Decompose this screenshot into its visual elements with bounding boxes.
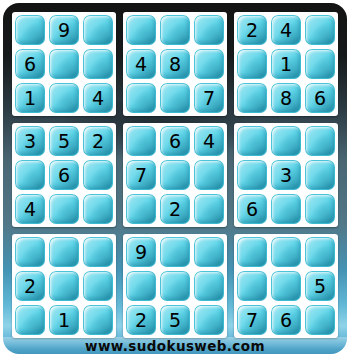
cell-r5c6[interactable] <box>194 160 224 190</box>
sudoku-widget: 9614487241863526464723621925576 www.sudo… <box>0 0 350 360</box>
cell-r3c8[interactable]: 8 <box>271 83 301 113</box>
board-frame: 9614487241863526464723621925576 www.sudo… <box>3 3 347 354</box>
cell-r8c1[interactable]: 2 <box>15 271 45 301</box>
cell-r9c7[interactable]: 7 <box>237 305 267 335</box>
cell-r1c6[interactable] <box>194 15 224 45</box>
cell-r9c4[interactable]: 2 <box>126 305 156 335</box>
cell-r3c7[interactable] <box>237 83 267 113</box>
box-6: 36 <box>234 123 338 227</box>
cell-r2c6[interactable] <box>194 49 224 79</box>
cell-r9c2[interactable]: 1 <box>49 305 79 335</box>
cell-r2c7[interactable] <box>237 49 267 79</box>
cell-r1c1[interactable] <box>15 15 45 45</box>
cell-r3c1[interactable]: 1 <box>15 83 45 113</box>
cell-r6c7[interactable]: 6 <box>237 194 267 224</box>
cell-r4c3[interactable]: 2 <box>83 126 113 156</box>
cell-r4c9[interactable] <box>305 126 335 156</box>
cell-r7c3[interactable] <box>83 237 113 267</box>
cell-r2c5[interactable]: 8 <box>160 49 190 79</box>
footer: www.sudokusweb.com <box>3 337 347 354</box>
cell-r6c4[interactable] <box>126 194 156 224</box>
cell-r2c1[interactable]: 6 <box>15 49 45 79</box>
box-4: 35264 <box>12 123 116 227</box>
cell-r5c4[interactable]: 7 <box>126 160 156 190</box>
cell-r8c8[interactable] <box>271 271 301 301</box>
box-1: 9614 <box>12 12 116 116</box>
cell-r8c6[interactable] <box>194 271 224 301</box>
cell-r8c4[interactable] <box>126 271 156 301</box>
cell-r4c1[interactable]: 3 <box>15 126 45 156</box>
cell-r2c8[interactable]: 1 <box>271 49 301 79</box>
cell-r4c5[interactable]: 6 <box>160 126 190 156</box>
cell-r2c9[interactable] <box>305 49 335 79</box>
cell-r6c2[interactable] <box>49 194 79 224</box>
cell-r1c5[interactable] <box>160 15 190 45</box>
cell-r7c7[interactable] <box>237 237 267 267</box>
cell-r3c4[interactable] <box>126 83 156 113</box>
cell-r6c5[interactable]: 2 <box>160 194 190 224</box>
cell-r7c8[interactable] <box>271 237 301 267</box>
cell-r9c8[interactable]: 6 <box>271 305 301 335</box>
cell-r4c4[interactable] <box>126 126 156 156</box>
cell-r3c3[interactable]: 4 <box>83 83 113 113</box>
cell-r5c1[interactable] <box>15 160 45 190</box>
cell-r7c5[interactable] <box>160 237 190 267</box>
cell-r9c5[interactable]: 5 <box>160 305 190 335</box>
cell-r7c6[interactable] <box>194 237 224 267</box>
cell-r1c7[interactable]: 2 <box>237 15 267 45</box>
cell-r6c3[interactable] <box>83 194 113 224</box>
cell-r2c2[interactable] <box>49 49 79 79</box>
cell-r2c4[interactable]: 4 <box>126 49 156 79</box>
cell-r3c9[interactable]: 6 <box>305 83 335 113</box>
cell-r9c3[interactable] <box>83 305 113 335</box>
cell-r9c1[interactable] <box>15 305 45 335</box>
cell-r2c3[interactable] <box>83 49 113 79</box>
cell-r3c5[interactable] <box>160 83 190 113</box>
sudoku-board: 9614487241863526464723621925576 <box>12 12 338 338</box>
cell-r5c5[interactable] <box>160 160 190 190</box>
cell-r4c6[interactable]: 4 <box>194 126 224 156</box>
cell-r3c2[interactable] <box>49 83 79 113</box>
cell-r4c8[interactable] <box>271 126 301 156</box>
cell-r8c2[interactable] <box>49 271 79 301</box>
cell-r9c9[interactable] <box>305 305 335 335</box>
box-5: 6472 <box>123 123 227 227</box>
cell-r9c6[interactable] <box>194 305 224 335</box>
cell-r5c8[interactable]: 3 <box>271 160 301 190</box>
website-link[interactable]: www.sudokusweb.com <box>85 338 265 354</box>
cell-r3c6[interactable]: 7 <box>194 83 224 113</box>
cell-r6c6[interactable] <box>194 194 224 224</box>
cell-r7c2[interactable] <box>49 237 79 267</box>
cell-r8c7[interactable] <box>237 271 267 301</box>
box-3: 24186 <box>234 12 338 116</box>
cell-r6c8[interactable] <box>271 194 301 224</box>
cell-r6c9[interactable] <box>305 194 335 224</box>
cell-r6c1[interactable]: 4 <box>15 194 45 224</box>
cell-r1c2[interactable]: 9 <box>49 15 79 45</box>
box-9: 576 <box>234 234 338 338</box>
cell-r5c2[interactable]: 6 <box>49 160 79 190</box>
cell-r4c2[interactable]: 5 <box>49 126 79 156</box>
cell-r8c3[interactable] <box>83 271 113 301</box>
cell-r1c9[interactable] <box>305 15 335 45</box>
cell-r4c7[interactable] <box>237 126 267 156</box>
cell-r5c3[interactable] <box>83 160 113 190</box>
box-8: 925 <box>123 234 227 338</box>
cell-r8c5[interactable] <box>160 271 190 301</box>
cell-r7c9[interactable] <box>305 237 335 267</box>
box-2: 487 <box>123 12 227 116</box>
cell-r7c1[interactable] <box>15 237 45 267</box>
cell-r1c4[interactable] <box>126 15 156 45</box>
cell-r1c8[interactable]: 4 <box>271 15 301 45</box>
cell-r7c4[interactable]: 9 <box>126 237 156 267</box>
cell-r5c9[interactable] <box>305 160 335 190</box>
cell-r8c9[interactable]: 5 <box>305 271 335 301</box>
box-7: 21 <box>12 234 116 338</box>
cell-r1c3[interactable] <box>83 15 113 45</box>
cell-r5c7[interactable] <box>237 160 267 190</box>
